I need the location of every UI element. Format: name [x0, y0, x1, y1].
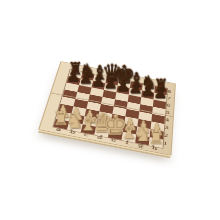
chess-set-photo: ♜♞♝♛♚♝♞♜♟♟♟♟♟♟♟♟♟♟♟♟♟♟♟♟♜♞♝♛♚♝♞♜ abcdefg…	[0, 0, 220, 220]
file-label-d: d	[92, 132, 107, 142]
square-e8: ♚	[118, 79, 131, 88]
file-label-f: f	[120, 138, 135, 148]
file-label-g: g	[134, 140, 149, 150]
file-label-e: e	[106, 135, 121, 145]
scene: ♜♞♝♛♚♝♞♜♟♟♟♟♟♟♟♟♟♟♟♟♟♟♟♟♜♞♝♛♚♝♞♜ abcdefg…	[0, 0, 220, 220]
chess-board: ♜♞♝♛♚♝♞♜♟♟♟♟♟♟♟♟♟♟♟♟♟♟♟♟♜♞♝♛♚♝♞♜ abcdefg…	[38, 61, 176, 156]
